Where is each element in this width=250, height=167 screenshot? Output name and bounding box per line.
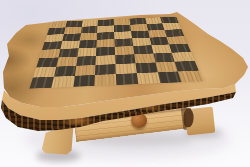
square-h1[interactable]: [178, 71, 203, 83]
square-e1[interactable]: [116, 73, 138, 85]
square-f1[interactable]: [137, 72, 160, 84]
chess-board-photo: [0, 0, 250, 167]
chessboard[interactable]: [29, 17, 203, 89]
bark-patch-icon: [183, 108, 194, 127]
square-a1[interactable]: [29, 77, 53, 89]
square-b1[interactable]: [51, 76, 74, 88]
square-c1[interactable]: [73, 75, 95, 87]
right-foot: [185, 107, 216, 136]
chessboard-perspective-wrap: [27, 16, 204, 89]
square-d1[interactable]: [95, 74, 117, 86]
